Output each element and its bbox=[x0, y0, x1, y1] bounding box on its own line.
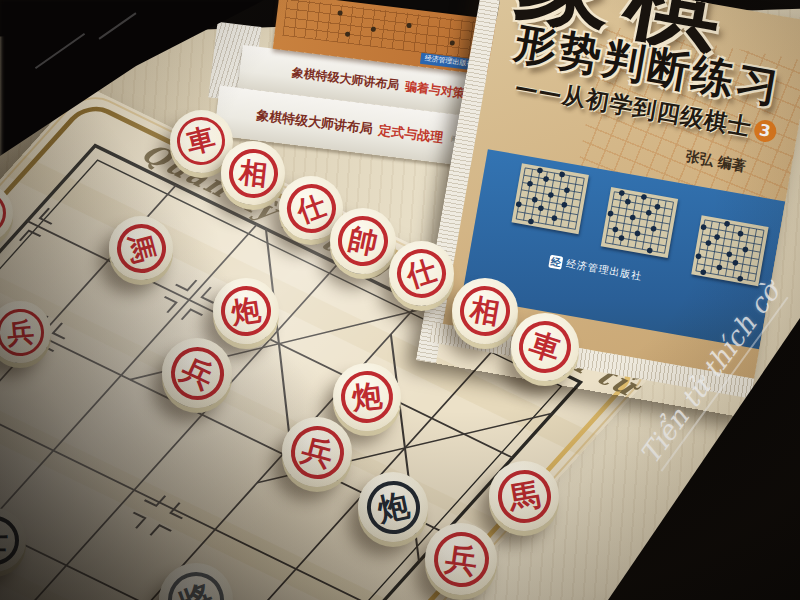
piece-glyph: 相 bbox=[226, 146, 280, 200]
piece-red-elephant[interactable]: 相 bbox=[452, 278, 518, 344]
piece-red-horse[interactable]: 馬 bbox=[489, 461, 559, 531]
mini-board-diagram-2 bbox=[601, 187, 678, 258]
piece-red-cannon[interactable]: 炮 bbox=[213, 278, 279, 344]
scene: Quan kỳ bất ngữ chân quân tử 車相仕兵帥馬仕炮相兵車… bbox=[0, 0, 800, 600]
piece-red-cannon[interactable]: 炮 bbox=[333, 363, 401, 431]
piece-glyph: 兵 bbox=[162, 338, 232, 408]
piece-glyph: 炮 bbox=[338, 368, 395, 425]
piece-red-elephant[interactable]: 相 bbox=[221, 141, 285, 205]
piece-glyph: 馬 bbox=[493, 465, 554, 526]
mini-board-diagram-3 bbox=[691, 215, 768, 286]
piece-glyph: 馬 bbox=[111, 218, 171, 278]
piece-glyph: 相 bbox=[456, 282, 514, 340]
piece-red-general[interactable]: 帥 bbox=[330, 208, 396, 274]
piece-glyph: 車 bbox=[172, 112, 230, 170]
piece-black-cannon[interactable]: 炮 bbox=[358, 472, 428, 542]
piece-glyph: 士 bbox=[0, 516, 19, 565]
piece-glyph: 炮 bbox=[362, 476, 425, 539]
spine2-series: 象棋特级大师讲布局 bbox=[255, 106, 373, 138]
piece-red-soldier[interactable]: 兵 bbox=[162, 338, 232, 408]
spine1-volume: 骗着与对策 bbox=[404, 78, 466, 102]
piece-glyph: 炮 bbox=[218, 283, 274, 339]
piece-red-horse[interactable]: 馬 bbox=[109, 216, 173, 280]
piece-glyph: 兵 bbox=[0, 307, 45, 358]
spine1-series: 象棋特级大师讲布局 bbox=[291, 64, 400, 94]
piece-glyph: 仕 bbox=[390, 242, 452, 304]
piece-glyph: 車 bbox=[512, 314, 578, 380]
piece-glyph: 兵 bbox=[285, 420, 350, 485]
piece-glyph: 帥 bbox=[333, 211, 392, 270]
piece-red-advisor[interactable]: 仕 bbox=[389, 241, 454, 306]
piece-red-chariot[interactable]: 車 bbox=[511, 313, 579, 381]
piece-glyph: 兵 bbox=[0, 191, 6, 235]
spine2-volume: 定式与战理 bbox=[378, 121, 445, 147]
piece-red-soldier[interactable]: 兵 bbox=[425, 523, 497, 595]
volume-badge: 3 bbox=[752, 118, 777, 143]
piece-red-soldier[interactable]: 兵 bbox=[282, 417, 352, 487]
publisher-logo-icon: 经 bbox=[548, 254, 563, 269]
publisher-logo-text: 经济管理出版社 bbox=[565, 257, 643, 284]
mini-board-diagram-1 bbox=[512, 163, 589, 234]
publisher-logo: 经 经济管理出版社 bbox=[548, 254, 643, 284]
piece-glyph: 兵 bbox=[430, 528, 492, 590]
